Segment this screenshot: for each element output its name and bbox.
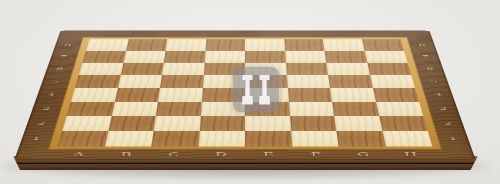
board-fold-seam (18, 163, 474, 164)
rank-label-7: 7 (422, 55, 430, 58)
file-labels: ABCDEFGH (54, 149, 436, 160)
square-h4 (373, 88, 420, 102)
square-d7 (204, 51, 245, 63)
square-b1 (104, 131, 153, 147)
square-d1 (198, 131, 245, 147)
rank-label-1: 1 (449, 137, 459, 141)
square-f2 (290, 116, 337, 131)
square-b6 (120, 63, 163, 75)
square-a5 (75, 75, 120, 88)
square-e7 (245, 51, 286, 63)
square-g3 (332, 102, 379, 116)
square-c8 (166, 39, 207, 50)
chess-piece-icon (242, 75, 253, 105)
square-f1 (291, 131, 339, 147)
square-e2 (245, 116, 291, 131)
square-b8 (126, 39, 167, 50)
file-label-d: D (215, 152, 227, 157)
square-g7 (324, 51, 366, 63)
square-b7 (123, 51, 165, 63)
rank-label-8: 8 (64, 44, 72, 47)
square-g4 (330, 88, 376, 102)
rank-label-5: 5 (430, 80, 439, 83)
square-c5 (160, 75, 203, 88)
square-c4 (158, 88, 203, 102)
rank-label-2: 2 (37, 121, 46, 125)
square-h2 (379, 116, 428, 131)
square-g8 (323, 39, 364, 50)
square-a4 (71, 88, 118, 102)
square-b5 (118, 75, 162, 88)
square-h5 (370, 75, 415, 88)
square-a1 (58, 131, 108, 147)
square-a2 (62, 116, 111, 131)
square-g5 (328, 75, 372, 88)
chess-piece-icon (259, 75, 270, 105)
square-g1 (336, 131, 385, 147)
square-h7 (364, 51, 407, 63)
square-b3 (111, 102, 158, 116)
square-e8 (245, 39, 285, 50)
rank-label-8: 8 (418, 44, 426, 47)
square-f8 (284, 39, 325, 50)
square-c6 (162, 63, 204, 75)
square-d2 (199, 116, 245, 131)
square-b2 (108, 116, 156, 131)
rank-label-2: 2 (444, 121, 453, 125)
square-h8 (362, 39, 404, 50)
rank-label-6: 6 (56, 67, 64, 70)
rank-label-7: 7 (60, 55, 68, 58)
file-label-b: B (120, 152, 132, 157)
square-g2 (334, 116, 382, 131)
square-c7 (164, 51, 205, 63)
file-label-c: C (168, 152, 180, 157)
rank-label-4: 4 (434, 93, 443, 97)
watermark-badge (233, 67, 279, 112)
square-h1 (382, 131, 432, 147)
file-label-a: A (73, 152, 85, 157)
square-g6 (326, 63, 369, 75)
square-c1 (151, 131, 199, 147)
chessboard-product-photo: ABCDEFGH 87654321 87654321 (0, 0, 500, 184)
rank-label-5: 5 (51, 80, 60, 83)
square-f6 (286, 63, 328, 75)
square-f4 (288, 88, 333, 102)
file-label-e: E (263, 152, 274, 157)
square-a7 (83, 51, 126, 63)
square-f7 (285, 51, 326, 63)
file-label-g: G (357, 152, 370, 157)
square-a8 (86, 39, 128, 50)
square-d8 (205, 39, 245, 50)
square-b4 (114, 88, 160, 102)
rank-label-3: 3 (439, 107, 448, 111)
square-a3 (67, 102, 115, 116)
square-a6 (79, 63, 123, 75)
square-e1 (245, 131, 292, 147)
square-f5 (287, 75, 330, 88)
rank-label-1: 1 (32, 137, 42, 141)
file-label-f: F (311, 152, 322, 157)
square-h3 (376, 102, 424, 116)
square-f3 (289, 102, 335, 116)
rank-label-4: 4 (47, 93, 56, 97)
square-c3 (156, 102, 202, 116)
square-c2 (154, 116, 201, 131)
file-label-h: H (404, 152, 419, 157)
square-h6 (367, 63, 411, 75)
rank-label-3: 3 (42, 107, 51, 111)
rank-label-6: 6 (426, 67, 434, 70)
